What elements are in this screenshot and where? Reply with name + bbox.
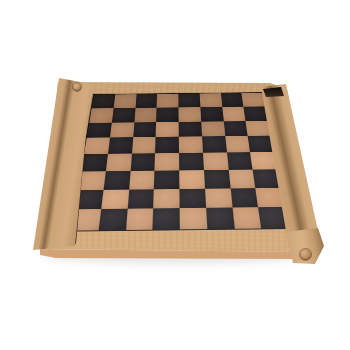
board-square[interactable]: [153, 208, 180, 229]
board-square[interactable]: [155, 153, 180, 171]
board-square[interactable]: [220, 93, 243, 107]
board-square[interactable]: [134, 108, 157, 123]
board-square[interactable]: [132, 137, 156, 153]
board-square[interactable]: [242, 93, 266, 107]
board-square[interactable]: [222, 107, 246, 122]
board-square[interactable]: [110, 122, 134, 137]
board-square[interactable]: [153, 189, 179, 209]
board-square[interactable]: [129, 171, 155, 190]
board-square[interactable]: [89, 108, 113, 123]
board-square[interactable]: [203, 152, 228, 169]
board-square[interactable]: [230, 188, 258, 208]
product-photo: [0, 0, 350, 350]
dowel-cap-top-left: [73, 83, 81, 91]
board-square[interactable]: [126, 209, 154, 230]
board-square[interactable]: [180, 208, 207, 229]
board-square[interactable]: [226, 152, 252, 169]
board-square[interactable]: [225, 136, 250, 152]
board-square[interactable]: [205, 188, 232, 208]
board-square[interactable]: [156, 107, 178, 122]
board-square[interactable]: [179, 121, 202, 136]
board-square[interactable]: [223, 121, 248, 136]
board-square[interactable]: [127, 189, 154, 209]
board-square[interactable]: [206, 208, 234, 229]
right-rail-tongue: [285, 227, 326, 266]
board-square[interactable]: [199, 93, 221, 107]
board-square[interactable]: [103, 171, 130, 190]
board-square[interactable]: [113, 94, 136, 108]
board-square[interactable]: [157, 94, 179, 108]
board-square[interactable]: [98, 209, 127, 230]
board-square[interactable]: [179, 153, 204, 171]
board-square[interactable]: [178, 107, 201, 122]
board-square[interactable]: [106, 154, 132, 172]
board-square[interactable]: [201, 121, 225, 136]
board-square[interactable]: [112, 108, 135, 123]
board-square[interactable]: [232, 207, 261, 228]
dowel-cap-bottom-right: [300, 249, 311, 260]
board-square[interactable]: [133, 122, 157, 137]
board-square[interactable]: [244, 106, 268, 121]
board-square[interactable]: [92, 94, 115, 108]
board-square[interactable]: [154, 170, 179, 189]
board-square[interactable]: [200, 107, 223, 122]
board-square[interactable]: [228, 169, 255, 188]
board-square[interactable]: [101, 189, 129, 209]
board-square[interactable]: [108, 137, 133, 153]
board-square[interactable]: [84, 138, 110, 154]
board-square[interactable]: [202, 136, 227, 152]
board-square[interactable]: [87, 122, 112, 138]
board-square[interactable]: [246, 121, 271, 136]
board-square[interactable]: [135, 94, 157, 108]
board-square[interactable]: [179, 137, 203, 153]
board-square[interactable]: [179, 188, 205, 208]
board-square[interactable]: [81, 154, 108, 172]
board-square[interactable]: [179, 170, 205, 189]
board-square[interactable]: [130, 153, 155, 171]
board-square[interactable]: [178, 93, 200, 107]
checkerboard: [70, 92, 290, 231]
board-square[interactable]: [204, 170, 230, 189]
board-square[interactable]: [155, 137, 179, 153]
board-square[interactable]: [156, 122, 179, 137]
